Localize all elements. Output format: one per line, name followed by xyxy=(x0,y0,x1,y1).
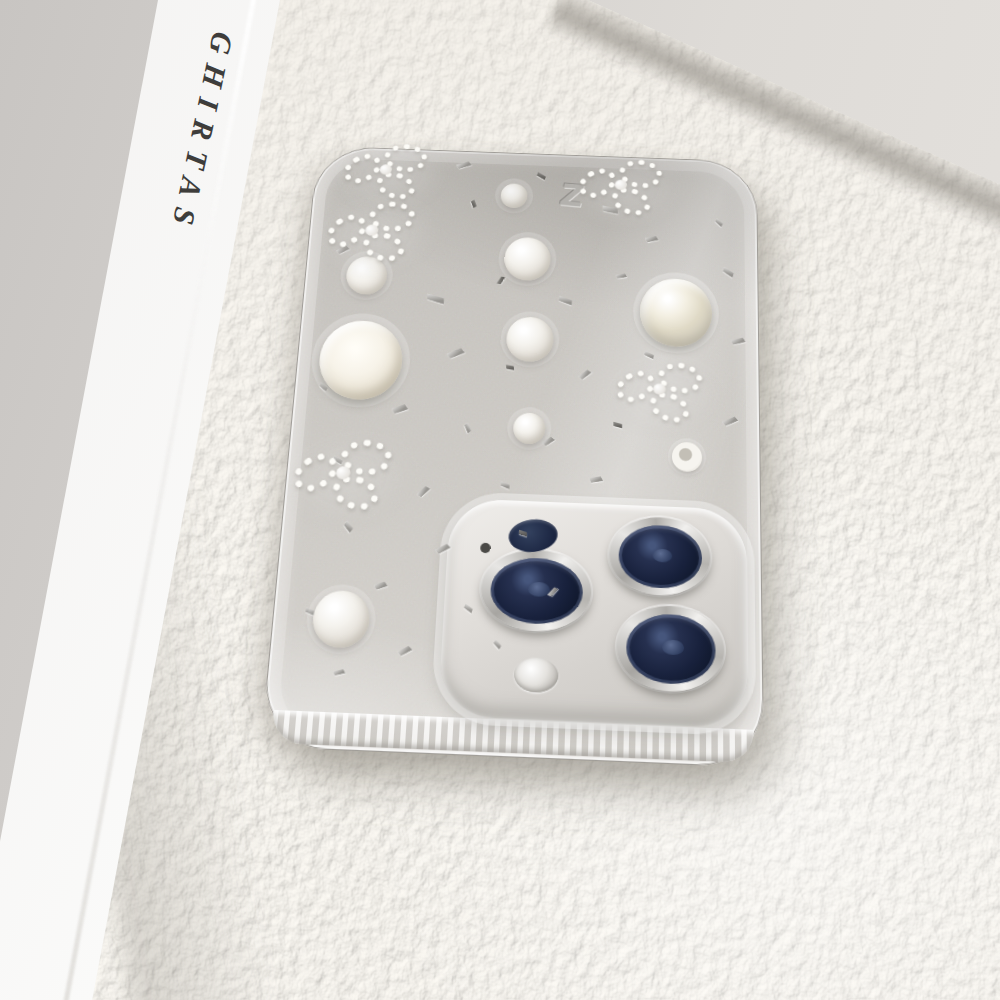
foil-flake xyxy=(456,161,471,168)
foil-flake xyxy=(333,669,345,675)
foil-flake xyxy=(715,218,723,227)
foil-flake xyxy=(730,338,745,345)
bow-loop xyxy=(607,182,654,220)
foil-flake xyxy=(446,348,465,358)
camera-lens-left xyxy=(479,548,592,633)
bow-loop xyxy=(328,470,384,516)
pearl xyxy=(640,278,713,349)
foil-flake xyxy=(427,294,444,305)
lens-glass xyxy=(625,612,715,685)
foil-flake xyxy=(559,296,572,306)
pearl xyxy=(505,316,554,362)
pearl xyxy=(503,237,551,282)
foil-flake xyxy=(374,582,388,590)
pearl-bow xyxy=(288,433,413,527)
foil-flake xyxy=(506,365,514,371)
camera-flash-window xyxy=(507,517,559,554)
pearl-bow xyxy=(612,360,719,432)
foil-flake xyxy=(537,172,546,180)
pearl xyxy=(311,590,372,649)
foil-flake xyxy=(501,482,510,490)
phone-case: Z xyxy=(260,146,764,768)
foil-flake xyxy=(391,404,408,413)
foil-flake xyxy=(723,267,734,278)
camera-lens-top-right xyxy=(609,515,711,597)
foil-flake xyxy=(589,476,603,482)
foil-flake xyxy=(471,199,476,208)
foil-flake xyxy=(497,276,506,284)
foil-flake xyxy=(722,417,738,426)
foil-flake xyxy=(465,423,472,434)
camera-led-circle xyxy=(513,657,559,693)
pearl-bow xyxy=(574,156,680,225)
pearl-bow xyxy=(321,194,436,277)
camera-plateau xyxy=(438,498,749,728)
foil-flake xyxy=(542,437,555,446)
product-photo-scene: GHIRTAS Z xyxy=(0,0,1000,1000)
pearl xyxy=(672,442,702,473)
lens-glass xyxy=(489,556,584,625)
foil-flake xyxy=(578,370,592,380)
pearl xyxy=(513,412,546,444)
pearl xyxy=(500,183,528,208)
camera-mic-dot xyxy=(480,543,491,554)
camera-lens-bottom-right xyxy=(616,604,724,694)
case-decorations: Z xyxy=(261,146,763,766)
foil-flake xyxy=(645,236,659,242)
foil-flake xyxy=(397,646,412,656)
foil-flake xyxy=(416,486,430,497)
lens-glass xyxy=(618,523,702,589)
foil-flake xyxy=(616,274,627,279)
pearl xyxy=(316,319,405,401)
